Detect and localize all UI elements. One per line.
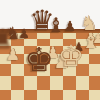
square-d7 [37, 39, 50, 46]
square-f6 [63, 46, 76, 54]
square-b6 [11, 46, 24, 54]
square-g3 [76, 76, 89, 90]
square-f4 [63, 64, 76, 76]
square-e3 [50, 76, 63, 90]
square-f5 [63, 54, 76, 64]
square-c4 [24, 64, 37, 76]
square-a5 [0, 54, 11, 64]
square-h6 [89, 46, 100, 54]
square-g7 [76, 39, 89, 46]
square-c3 [24, 76, 37, 90]
square-g6 [76, 46, 89, 54]
square-a4 [0, 64, 11, 76]
square-f2 [63, 90, 76, 100]
square-e6 [50, 46, 63, 54]
square-c2 [24, 90, 37, 100]
square-e7 [50, 39, 63, 46]
square-c7 [24, 39, 37, 46]
square-h4 [89, 64, 100, 76]
square-a3 [0, 76, 11, 90]
square-b2 [11, 90, 24, 100]
square-d4 [37, 64, 50, 76]
square-e5 [50, 54, 63, 64]
square-c5 [24, 54, 37, 64]
square-e2 [50, 90, 63, 100]
square-a2 [0, 90, 11, 100]
square-h5 [89, 54, 100, 64]
square-b3 [11, 76, 24, 90]
chess-set-photo: ♛♝♟♞♜♞♟♚♟♟♟♚♟♝♟ [0, 0, 100, 100]
square-a6 [0, 46, 11, 54]
square-b7 [11, 39, 24, 46]
square-b5 [11, 54, 24, 64]
square-d5 [37, 54, 50, 64]
square-d2 [37, 90, 50, 100]
square-a7 [0, 39, 11, 46]
square-c6 [24, 46, 37, 54]
square-g5 [76, 54, 89, 64]
square-f7 [63, 39, 76, 46]
square-h2 [89, 90, 100, 100]
square-d6 [37, 46, 50, 54]
square-h7 [89, 39, 100, 46]
square-g2 [76, 90, 89, 100]
square-h3 [89, 76, 100, 90]
square-f3 [63, 76, 76, 90]
square-e4 [50, 64, 63, 76]
square-b4 [11, 64, 24, 76]
square-d3 [37, 76, 50, 90]
square-g4 [76, 64, 89, 76]
chess-board [0, 33, 100, 100]
